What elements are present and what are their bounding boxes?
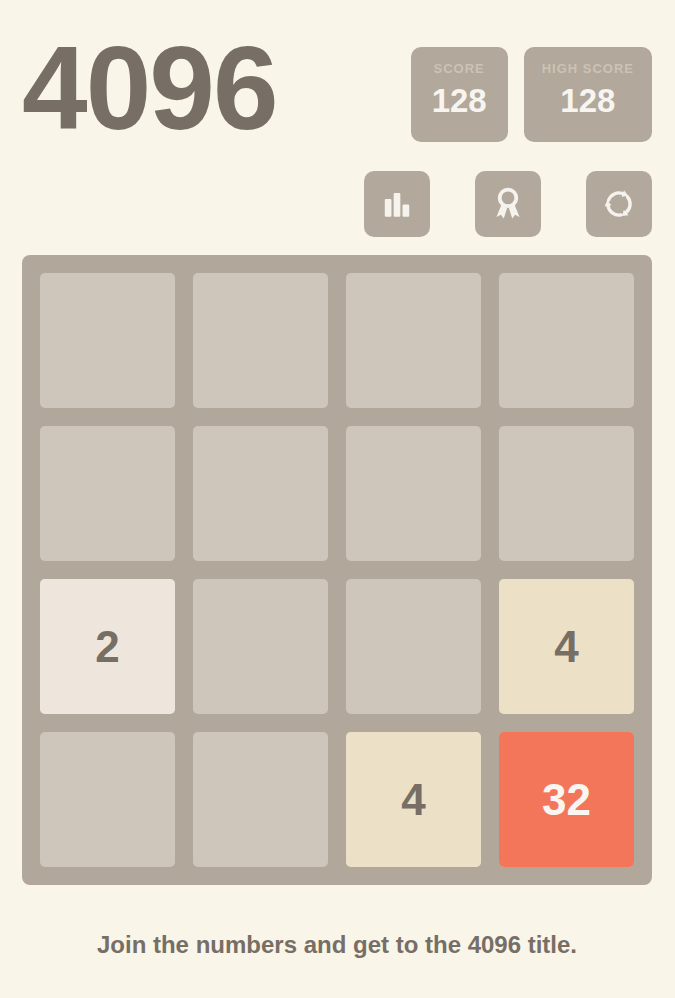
board-cell <box>193 426 328 561</box>
tile-32: 32 <box>499 732 634 867</box>
board-cell <box>193 273 328 408</box>
board[interactable]: 24432 <box>22 255 652 885</box>
ribbon-icon <box>488 184 528 224</box>
tile-2: 2 <box>40 579 175 714</box>
board-cell: 2 <box>40 579 175 714</box>
score-value: 128 <box>429 82 490 120</box>
bar-chart-icon <box>377 184 417 224</box>
restart-button[interactable] <box>586 171 652 237</box>
board-cell: 32 <box>499 732 634 867</box>
board-cell <box>499 426 634 561</box>
board-cell <box>40 732 175 867</box>
toolbar <box>22 171 652 237</box>
tile-4: 4 <box>346 732 481 867</box>
board-cell: 4 <box>499 579 634 714</box>
high-score-box: HIGH SCORE 128 <box>524 47 652 142</box>
app-container: 4096 SCORE 128 HIGH SCORE 128 <box>22 0 652 959</box>
score-box: SCORE 128 <box>411 47 508 142</box>
board-cell <box>40 426 175 561</box>
board-cell <box>346 273 481 408</box>
restart-arrows-icon <box>599 184 639 224</box>
board-cell <box>193 732 328 867</box>
board-cell <box>346 579 481 714</box>
board-cell <box>40 273 175 408</box>
high-score-value: 128 <box>542 82 634 120</box>
board-cell <box>346 426 481 561</box>
board-cell <box>193 579 328 714</box>
game-title: 4096 <box>22 29 277 147</box>
high-score-label: HIGH SCORE <box>542 61 634 76</box>
instruction-text: Join the numbers and get to the 4096 tit… <box>22 931 652 959</box>
score-panel: SCORE 128 HIGH SCORE 128 <box>411 47 652 142</box>
tile-4: 4 <box>499 579 634 714</box>
board-cell: 4 <box>346 732 481 867</box>
header: 4096 SCORE 128 HIGH SCORE 128 <box>22 0 652 147</box>
board-cell <box>499 273 634 408</box>
stats-button[interactable] <box>364 171 430 237</box>
achievements-button[interactable] <box>475 171 541 237</box>
score-label: SCORE <box>429 61 490 76</box>
